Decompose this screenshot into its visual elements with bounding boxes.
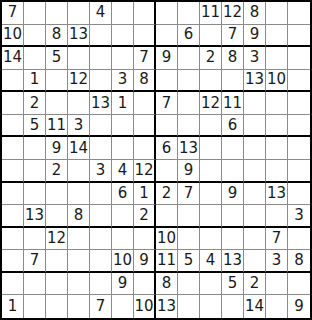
cell-r8c2[interactable] xyxy=(24,160,46,183)
cell-r13c4[interactable] xyxy=(68,273,90,296)
cell-r11c12[interactable] xyxy=(244,228,266,251)
cell-r10c8[interactable] xyxy=(156,205,178,228)
cell-r1c11[interactable]: 12 xyxy=(222,2,244,25)
cell-r12c13[interactable]: 3 xyxy=(266,250,288,273)
cell-r7c7[interactable] xyxy=(134,137,156,160)
cell-r6c14[interactable] xyxy=(288,115,310,138)
cell-r7c12[interactable] xyxy=(244,137,266,160)
cell-r4c9[interactable] xyxy=(178,70,200,93)
cell-r2c1[interactable]: 10 xyxy=(2,25,24,48)
cell-r7c10[interactable] xyxy=(200,137,222,160)
cell-r9c10[interactable] xyxy=(200,183,222,206)
cell-r11c3[interactable]: 12 xyxy=(46,228,68,251)
cell-r4c1[interactable] xyxy=(2,70,24,93)
cell-r8c11[interactable] xyxy=(222,160,244,183)
cell-r13c1[interactable] xyxy=(2,273,24,296)
cell-r6c4[interactable]: 3 xyxy=(68,115,90,138)
cell-r9c8[interactable]: 2 xyxy=(156,183,178,206)
cell-r8c1[interactable] xyxy=(2,160,24,183)
cell-r2c7[interactable] xyxy=(134,25,156,48)
cell-r1c13[interactable] xyxy=(266,2,288,25)
cell-r13c9[interactable] xyxy=(178,273,200,296)
cell-r7c2[interactable] xyxy=(24,137,46,160)
cell-r3c8[interactable]: 9 xyxy=(156,47,178,70)
cell-r9c3[interactable] xyxy=(46,183,68,206)
cell-r5c8[interactable]: 7 xyxy=(156,92,178,115)
cell-r12c14[interactable]: 8 xyxy=(288,250,310,273)
cell-r14c11[interactable] xyxy=(222,295,244,318)
cell-r3c1[interactable]: 14 xyxy=(2,47,24,70)
cell-r2c2[interactable] xyxy=(24,25,46,48)
cell-r12c3[interactable] xyxy=(46,250,68,273)
cell-r13c2[interactable] xyxy=(24,273,46,296)
cell-r11c10[interactable] xyxy=(200,228,222,251)
cell-r13c8[interactable]: 8 xyxy=(156,273,178,296)
cell-r3c5[interactable] xyxy=(90,47,112,70)
cell-r10c4[interactable]: 8 xyxy=(68,205,90,228)
cell-r6c13[interactable] xyxy=(266,115,288,138)
cell-r2c9[interactable]: 6 xyxy=(178,25,200,48)
cell-r8c3[interactable]: 2 xyxy=(46,160,68,183)
cell-r9c5[interactable] xyxy=(90,183,112,206)
cell-r5c5[interactable]: 13 xyxy=(90,92,112,115)
cell-r9c6[interactable]: 6 xyxy=(112,183,134,206)
cell-r6c1[interactable] xyxy=(2,115,24,138)
cell-r14c9[interactable] xyxy=(178,295,200,318)
cell-r10c13[interactable] xyxy=(266,205,288,228)
cell-r12c5[interactable] xyxy=(90,250,112,273)
cell-r6c3[interactable]: 11 xyxy=(46,115,68,138)
cell-r4c8[interactable] xyxy=(156,70,178,93)
cell-r6c7[interactable] xyxy=(134,115,156,138)
cell-r9c9[interactable]: 7 xyxy=(178,183,200,206)
cell-r9c11[interactable]: 9 xyxy=(222,183,244,206)
cell-r11c8[interactable]: 10 xyxy=(156,228,178,251)
cell-r10c10[interactable] xyxy=(200,205,222,228)
cell-r8c6[interactable]: 4 xyxy=(112,160,134,183)
cell-r1c7[interactable] xyxy=(134,2,156,25)
cell-r11c4[interactable] xyxy=(68,228,90,251)
cell-r13c12[interactable]: 2 xyxy=(244,273,266,296)
cell-r5c14[interactable] xyxy=(288,92,310,115)
cell-r9c12[interactable] xyxy=(244,183,266,206)
cell-r4c2[interactable]: 1 xyxy=(24,70,46,93)
cell-r10c6[interactable] xyxy=(112,205,134,228)
cell-r6c10[interactable] xyxy=(200,115,222,138)
cell-r14c4[interactable] xyxy=(68,295,90,318)
cell-r4c7[interactable]: 8 xyxy=(134,70,156,93)
cell-r2c4[interactable]: 13 xyxy=(68,25,90,48)
cell-r2c6[interactable] xyxy=(112,25,134,48)
cell-r6c11[interactable]: 6 xyxy=(222,115,244,138)
cell-r14c8[interactable]: 13 xyxy=(156,295,178,318)
cell-r5c6[interactable]: 1 xyxy=(112,92,134,115)
cell-r1c9[interactable] xyxy=(178,2,200,25)
cell-r12c6[interactable]: 10 xyxy=(112,250,134,273)
cell-r3c11[interactable]: 8 xyxy=(222,47,244,70)
cell-r6c2[interactable]: 5 xyxy=(24,115,46,138)
cell-r13c10[interactable] xyxy=(200,273,222,296)
cell-r13c14[interactable] xyxy=(288,273,310,296)
cell-r4c5[interactable] xyxy=(90,70,112,93)
cell-r13c3[interactable] xyxy=(46,273,68,296)
cell-r8c12[interactable] xyxy=(244,160,266,183)
cell-r4c11[interactable] xyxy=(222,70,244,93)
cell-r12c7[interactable]: 9 xyxy=(134,250,156,273)
cell-r7c8[interactable]: 6 xyxy=(156,137,178,160)
cell-r5c9[interactable] xyxy=(178,92,200,115)
cell-r7c14[interactable] xyxy=(288,137,310,160)
cell-r5c7[interactable] xyxy=(134,92,156,115)
cell-r14c6[interactable] xyxy=(112,295,134,318)
cell-r11c2[interactable] xyxy=(24,228,46,251)
cell-r6c12[interactable] xyxy=(244,115,266,138)
cell-r8c14[interactable] xyxy=(288,160,310,183)
cell-r9c13[interactable]: 13 xyxy=(266,183,288,206)
cell-r12c10[interactable]: 4 xyxy=(200,250,222,273)
cell-r7c6[interactable] xyxy=(112,137,134,160)
cell-r11c7[interactable] xyxy=(134,228,156,251)
cell-r9c7[interactable]: 1 xyxy=(134,183,156,206)
cell-r4c10[interactable] xyxy=(200,70,222,93)
cell-r3c12[interactable]: 3 xyxy=(244,47,266,70)
cell-r14c12[interactable]: 14 xyxy=(244,295,266,318)
cell-r12c1[interactable] xyxy=(2,250,24,273)
cell-r8c7[interactable]: 12 xyxy=(134,160,156,183)
cell-r5c3[interactable] xyxy=(46,92,68,115)
cell-r13c7[interactable] xyxy=(134,273,156,296)
cell-r1c12[interactable]: 8 xyxy=(244,2,266,25)
cell-r10c3[interactable] xyxy=(46,205,68,228)
cell-r11c14[interactable] xyxy=(288,228,310,251)
cell-r11c5[interactable] xyxy=(90,228,112,251)
cell-r5c11[interactable]: 11 xyxy=(222,92,244,115)
cell-r8c9[interactable]: 9 xyxy=(178,160,200,183)
cell-r6c8[interactable] xyxy=(156,115,178,138)
cell-r2c14[interactable] xyxy=(288,25,310,48)
cell-r8c13[interactable] xyxy=(266,160,288,183)
cell-r14c2[interactable] xyxy=(24,295,46,318)
cell-r12c9[interactable]: 5 xyxy=(178,250,200,273)
cell-r10c5[interactable] xyxy=(90,205,112,228)
cell-r2c12[interactable]: 9 xyxy=(244,25,266,48)
cell-r11c11[interactable] xyxy=(222,228,244,251)
cell-r5c2[interactable]: 2 xyxy=(24,92,46,115)
cell-r5c12[interactable] xyxy=(244,92,266,115)
cell-r8c5[interactable]: 3 xyxy=(90,160,112,183)
cell-r3c2[interactable] xyxy=(24,47,46,70)
cell-r13c11[interactable]: 5 xyxy=(222,273,244,296)
cell-r10c11[interactable] xyxy=(222,205,244,228)
cell-r13c13[interactable] xyxy=(266,273,288,296)
cell-r14c10[interactable] xyxy=(200,295,222,318)
cell-r9c1[interactable] xyxy=(2,183,24,206)
cell-r7c9[interactable]: 13 xyxy=(178,137,200,160)
cell-r1c14[interactable] xyxy=(288,2,310,25)
cell-r14c14[interactable]: 9 xyxy=(288,295,310,318)
cell-r10c1[interactable] xyxy=(2,205,24,228)
cell-r1c4[interactable] xyxy=(68,2,90,25)
cell-r5c4[interactable] xyxy=(68,92,90,115)
cell-r12c11[interactable]: 13 xyxy=(222,250,244,273)
cell-r4c3[interactable] xyxy=(46,70,68,93)
cell-r7c5[interactable] xyxy=(90,137,112,160)
cell-r7c1[interactable] xyxy=(2,137,24,160)
cell-r2c11[interactable]: 7 xyxy=(222,25,244,48)
cell-r5c10[interactable]: 12 xyxy=(200,92,222,115)
cell-r7c4[interactable]: 14 xyxy=(68,137,90,160)
cell-r2c3[interactable]: 8 xyxy=(46,25,68,48)
cell-r2c8[interactable] xyxy=(156,25,178,48)
cell-r2c5[interactable] xyxy=(90,25,112,48)
cell-r3c6[interactable] xyxy=(112,47,134,70)
cell-r9c2[interactable] xyxy=(24,183,46,206)
cell-r10c12[interactable] xyxy=(244,205,266,228)
cell-r3c10[interactable]: 2 xyxy=(200,47,222,70)
cell-r1c10[interactable]: 11 xyxy=(200,2,222,25)
cell-r5c13[interactable] xyxy=(266,92,288,115)
cell-r4c4[interactable]: 12 xyxy=(68,70,90,93)
cell-r1c1[interactable]: 7 xyxy=(2,2,24,25)
cell-r3c7[interactable]: 7 xyxy=(134,47,156,70)
cell-r2c13[interactable] xyxy=(266,25,288,48)
cell-r11c13[interactable]: 7 xyxy=(266,228,288,251)
cell-r12c2[interactable]: 7 xyxy=(24,250,46,273)
sudoku-board: 7411128108136791457928311238131021317121… xyxy=(0,0,312,320)
cell-r6c6[interactable] xyxy=(112,115,134,138)
cell-r14c7[interactable]: 10 xyxy=(134,295,156,318)
cell-r7c11[interactable] xyxy=(222,137,244,160)
cell-r3c13[interactable] xyxy=(266,47,288,70)
cell-r9c14[interactable] xyxy=(288,183,310,206)
cell-r8c4[interactable] xyxy=(68,160,90,183)
cell-r10c2[interactable]: 13 xyxy=(24,205,46,228)
cell-r5c1[interactable] xyxy=(2,92,24,115)
cell-r2c10[interactable] xyxy=(200,25,222,48)
cell-r1c2[interactable] xyxy=(24,2,46,25)
cell-r9c4[interactable] xyxy=(68,183,90,206)
cell-r4c6[interactable]: 3 xyxy=(112,70,134,93)
cell-r14c13[interactable] xyxy=(266,295,288,318)
cell-r12c8[interactable]: 11 xyxy=(156,250,178,273)
cell-r7c13[interactable] xyxy=(266,137,288,160)
cell-r11c6[interactable] xyxy=(112,228,134,251)
cell-r14c1[interactable]: 1 xyxy=(2,295,24,318)
cell-r3c9[interactable] xyxy=(178,47,200,70)
cell-r14c3[interactable] xyxy=(46,295,68,318)
cell-r10c14[interactable]: 3 xyxy=(288,205,310,228)
cell-r1c5[interactable]: 4 xyxy=(90,2,112,25)
cell-r4c14[interactable] xyxy=(288,70,310,93)
cell-r1c8[interactable] xyxy=(156,2,178,25)
cell-r1c6[interactable] xyxy=(112,2,134,25)
cell-r3c4[interactable] xyxy=(68,47,90,70)
cell-r11c1[interactable] xyxy=(2,228,24,251)
cell-r10c9[interactable] xyxy=(178,205,200,228)
cell-r3c14[interactable] xyxy=(288,47,310,70)
cell-r12c4[interactable] xyxy=(68,250,90,273)
cell-r10c7[interactable]: 2 xyxy=(134,205,156,228)
cell-r6c5[interactable] xyxy=(90,115,112,138)
cell-r13c5[interactable] xyxy=(90,273,112,296)
cell-r7c3[interactable]: 9 xyxy=(46,137,68,160)
cell-r1c3[interactable] xyxy=(46,2,68,25)
cell-r14c5[interactable]: 7 xyxy=(90,295,112,318)
cell-r11c9[interactable] xyxy=(178,228,200,251)
cell-r4c13[interactable]: 10 xyxy=(266,70,288,93)
cell-r4c12[interactable]: 13 xyxy=(244,70,266,93)
cell-r3c3[interactable]: 5 xyxy=(46,47,68,70)
cell-r8c8[interactable] xyxy=(156,160,178,183)
cell-r13c6[interactable]: 9 xyxy=(112,273,134,296)
cell-r6c9[interactable] xyxy=(178,115,200,138)
cell-r12c12[interactable] xyxy=(244,250,266,273)
cell-r8c10[interactable] xyxy=(200,160,222,183)
